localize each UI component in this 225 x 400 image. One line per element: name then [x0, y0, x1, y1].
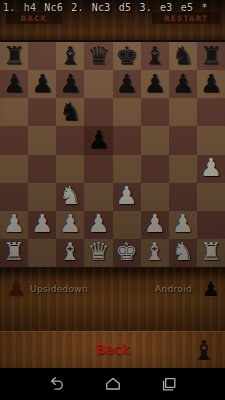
top-bar: BACK RESTART 1. h4 Nc6 2. Nc3 d5 3. e3 e…: [0, 0, 225, 40]
square-a6[interactable]: [0, 98, 28, 126]
white-pawn: ♟: [31, 211, 53, 236]
square-h2[interactable]: [197, 211, 225, 239]
black-bishop: ♝: [143, 43, 165, 68]
square-d2[interactable]: ♟: [84, 211, 112, 239]
square-c3[interactable]: ♞: [56, 183, 84, 211]
chess-board[interactable]: ♜♝♛♚♝♞♜♟♟♟♟♟♟♟♞♟♟♞♟♟♟♟♟♟♟♜♝♛♚♝♞♜: [0, 40, 225, 267]
square-f3[interactable]: [141, 183, 169, 211]
square-c8[interactable]: ♝: [56, 42, 84, 70]
white-knight: ♞: [172, 239, 194, 264]
square-e5[interactable]: [113, 126, 141, 154]
square-d7[interactable]: [84, 70, 112, 98]
white-pawn: ♟: [115, 183, 137, 208]
square-g2[interactable]: ♟: [169, 211, 197, 239]
black-pawn: ♟: [59, 71, 81, 96]
black-pawn: ♟: [115, 71, 137, 96]
square-f8[interactable]: ♝: [141, 42, 169, 70]
black-knight: ♞: [172, 43, 194, 68]
white-player-pawn-icon: ♟: [7, 279, 26, 300]
square-b5[interactable]: [28, 126, 56, 154]
square-g3[interactable]: [169, 183, 197, 211]
square-a4[interactable]: [0, 155, 28, 183]
square-f2[interactable]: ♟: [141, 211, 169, 239]
square-a8[interactable]: ♜: [0, 42, 28, 70]
nav-home-icon[interactable]: [103, 374, 123, 394]
white-bishop: ♝: [59, 239, 81, 264]
square-h5[interactable]: [197, 126, 225, 154]
black-rook: ♜: [200, 43, 222, 68]
ghost-restart-button[interactable]: RESTART: [152, 12, 220, 24]
square-g5[interactable]: [169, 126, 197, 154]
black-pawn: ♟: [3, 71, 25, 96]
ghost-back-button[interactable]: BACK: [6, 12, 62, 24]
square-c7[interactable]: ♟: [56, 70, 84, 98]
square-b4[interactable]: [28, 155, 56, 183]
white-rook: ♜: [3, 239, 25, 264]
white-pawn: ♟: [143, 211, 165, 236]
faint-bishop-icon: ♝: [192, 337, 216, 364]
black-pawn: ♟: [87, 127, 109, 152]
square-h1[interactable]: ♜: [197, 239, 225, 267]
square-g4[interactable]: [169, 155, 197, 183]
square-d6[interactable]: [84, 98, 112, 126]
square-e4[interactable]: [113, 155, 141, 183]
white-pawn: ♟: [87, 211, 109, 236]
black-player-pawn-icon: ♟: [201, 279, 220, 300]
square-b3[interactable]: [28, 183, 56, 211]
square-e6[interactable]: [113, 98, 141, 126]
black-king: ♚: [115, 43, 137, 68]
black-pawn: ♟: [172, 71, 194, 96]
square-f7[interactable]: ♟: [141, 70, 169, 98]
square-a7[interactable]: ♟: [0, 70, 28, 98]
square-g1[interactable]: ♞: [169, 239, 197, 267]
square-b6[interactable]: [28, 98, 56, 126]
square-d5[interactable]: ♟: [84, 126, 112, 154]
square-f6[interactable]: [141, 98, 169, 126]
square-f1[interactable]: ♝: [141, 239, 169, 267]
black-queen: ♛: [87, 43, 109, 68]
square-h4[interactable]: ♟: [197, 155, 225, 183]
white-player-name: Upsidedown: [30, 284, 88, 294]
square-h3[interactable]: [197, 183, 225, 211]
square-c1[interactable]: ♝: [56, 239, 84, 267]
black-rook: ♜: [3, 43, 25, 68]
square-d3[interactable]: [84, 183, 112, 211]
move-list: 1. h4 Nc6 2. Nc3 d5 3. e3 e5 *: [3, 2, 225, 13]
square-c6[interactable]: ♞: [56, 98, 84, 126]
square-c4[interactable]: [56, 155, 84, 183]
square-a3[interactable]: [0, 183, 28, 211]
black-pawn: ♟: [200, 71, 222, 96]
square-c5[interactable]: [56, 126, 84, 154]
square-b2[interactable]: ♟: [28, 211, 56, 239]
black-knight: ♞: [59, 99, 81, 124]
square-e8[interactable]: ♚: [113, 42, 141, 70]
square-g6[interactable]: [169, 98, 197, 126]
white-pawn: ♟: [59, 211, 81, 236]
black-bishop: ♝: [59, 43, 81, 68]
square-c2[interactable]: ♟: [56, 211, 84, 239]
square-a1[interactable]: ♜: [0, 239, 28, 267]
square-e3[interactable]: ♟: [113, 183, 141, 211]
square-d1[interactable]: ♛: [84, 239, 112, 267]
back-band: Back ♝: [0, 331, 225, 369]
square-d8[interactable]: ♛: [84, 42, 112, 70]
white-pawn: ♟: [200, 155, 222, 180]
square-a5[interactable]: [0, 126, 28, 154]
black-pawn: ♟: [31, 71, 53, 96]
nav-back-icon[interactable]: [47, 374, 67, 394]
nav-recents-icon[interactable]: [159, 374, 179, 394]
square-h8[interactable]: ♜: [197, 42, 225, 70]
player-bar: ♟ Upsidedown Android ♟: [0, 267, 225, 331]
square-d4[interactable]: [84, 155, 112, 183]
square-f5[interactable]: [141, 126, 169, 154]
white-queen: ♛: [87, 239, 109, 264]
black-player-name: Android: [155, 284, 192, 294]
white-pawn: ♟: [172, 211, 194, 236]
chess-app-screen: BACK RESTART 1. h4 Nc6 2. Nc3 d5 3. e3 e…: [0, 0, 225, 400]
square-a2[interactable]: ♟: [0, 211, 28, 239]
white-knight: ♞: [59, 183, 81, 208]
square-b7[interactable]: ♟: [28, 70, 56, 98]
square-g7[interactable]: ♟: [169, 70, 197, 98]
square-e2[interactable]: [113, 211, 141, 239]
white-king: ♚: [115, 239, 137, 264]
square-f4[interactable]: [141, 155, 169, 183]
square-h7[interactable]: ♟: [197, 70, 225, 98]
square-g8[interactable]: ♞: [169, 42, 197, 70]
white-pawn: ♟: [3, 211, 25, 236]
android-nav-bar: [0, 368, 225, 400]
white-rook: ♜: [200, 239, 222, 264]
black-pawn: ♟: [143, 71, 165, 96]
white-bishop: ♝: [143, 239, 165, 264]
square-e7[interactable]: ♟: [113, 70, 141, 98]
square-h6[interactable]: [197, 98, 225, 126]
square-b8[interactable]: [28, 42, 56, 70]
square-b1[interactable]: [28, 239, 56, 267]
square-e1[interactable]: ♚: [113, 239, 141, 267]
